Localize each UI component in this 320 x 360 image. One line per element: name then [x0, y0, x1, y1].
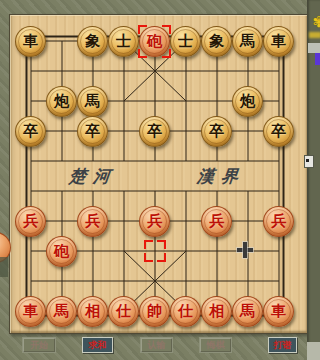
piece-red-r9c7[interactable]: 馬	[232, 296, 263, 327]
right-sidebar-strip: ✾	[307, 0, 320, 360]
piece-black-r0c8[interactable]: 車	[263, 26, 294, 57]
piece-black-r2c7[interactable]: 炮	[232, 86, 263, 117]
sidebar-gray-box	[308, 43, 320, 53]
flower-icon: ✾	[312, 13, 320, 31]
piece-black-r0c5[interactable]: 士	[170, 26, 201, 57]
toolbar: 开始求和认输悔棋打谱	[0, 336, 320, 356]
piece-red-r6c2[interactable]: 兵	[77, 206, 108, 237]
sidebar-badge	[309, 32, 320, 38]
piece-red-r9c8[interactable]: 車	[263, 296, 294, 327]
piece-red-r6c0[interactable]: 兵	[15, 206, 46, 237]
piece-black-r3c6[interactable]: 卒	[201, 116, 232, 147]
piece-red-r9c4[interactable]: 帥	[139, 296, 170, 327]
piece-black-r2c1[interactable]: 炮	[46, 86, 77, 117]
piece-red-r9c0[interactable]: 車	[15, 296, 46, 327]
piece-red-r6c6[interactable]: 兵	[201, 206, 232, 237]
piece-red-r6c8[interactable]: 兵	[263, 206, 294, 237]
scroll-thumb[interactable]	[304, 155, 314, 168]
piece-black-r0c7[interactable]: 馬	[232, 26, 263, 57]
xiangqi-board[interactable]: 楚河 漢界 車象士砲士象馬車炮馬炮卒卒卒卒卒兵兵兵兵兵砲車馬相仕帥仕相馬車	[9, 14, 309, 334]
piece-red-r9c1[interactable]: 馬	[46, 296, 77, 327]
piece-black-r2c2[interactable]: 馬	[77, 86, 108, 117]
game-window: 楚河 漢界 車象士砲士象馬車炮馬炮卒卒卒卒卒兵兵兵兵兵砲車馬相仕帥仕相馬車 开始…	[0, 0, 320, 360]
last-move-origin-marker	[144, 240, 166, 262]
piece-red-r9c6[interactable]: 相	[201, 296, 232, 327]
piece-black-r3c8[interactable]: 卒	[263, 116, 294, 147]
sidebar-bottom-box	[307, 342, 320, 360]
piece-black-r0c0[interactable]: 車	[15, 26, 46, 57]
piece-black-r0c2[interactable]: 象	[77, 26, 108, 57]
piece-red-r0c4[interactable]: 砲	[139, 26, 170, 57]
toolbar-button-1[interactable]: 开始	[22, 337, 56, 353]
toolbar-button-3[interactable]: 认输	[140, 337, 173, 353]
sidebar-purple-box	[315, 53, 320, 65]
piece-black-r0c3[interactable]: 士	[108, 26, 139, 57]
piece-red-r9c2[interactable]: 相	[77, 296, 108, 327]
piece-black-r3c2[interactable]: 卒	[77, 116, 108, 147]
left-edge-shade	[0, 257, 8, 277]
piece-red-r9c5[interactable]: 仕	[170, 296, 201, 327]
piece-black-r0c6[interactable]: 象	[201, 26, 232, 57]
piece-red-r9c3[interactable]: 仕	[108, 296, 139, 327]
piece-black-r3c0[interactable]: 卒	[15, 116, 46, 147]
toolbar-button-5[interactable]: 打谱	[268, 337, 297, 353]
pieces-grid: 車象士砲士象馬車炮馬炮卒卒卒卒卒兵兵兵兵兵砲車馬相仕帥仕相馬車	[15, 26, 294, 326]
piece-red-r6c4[interactable]: 兵	[139, 206, 170, 237]
piece-red-r7c1[interactable]: 砲	[46, 236, 77, 267]
piece-black-r3c4[interactable]: 卒	[139, 116, 170, 147]
toolbar-button-4[interactable]: 悔棋	[199, 337, 232, 353]
toolbar-button-2[interactable]: 求和	[82, 337, 113, 353]
